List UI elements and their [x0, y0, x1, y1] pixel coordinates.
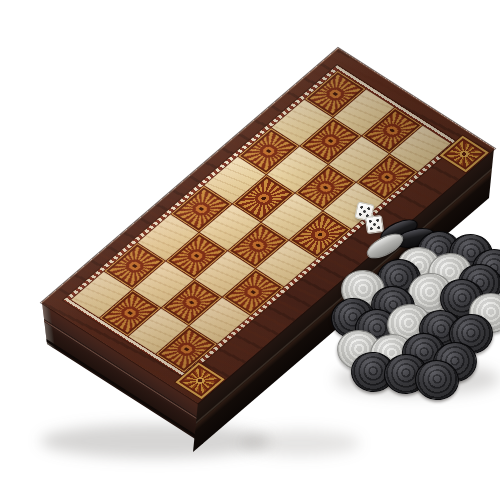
product-photo [0, 0, 500, 500]
box-ground-shadow [40, 424, 270, 458]
box-ground-shadow-right [240, 430, 360, 456]
